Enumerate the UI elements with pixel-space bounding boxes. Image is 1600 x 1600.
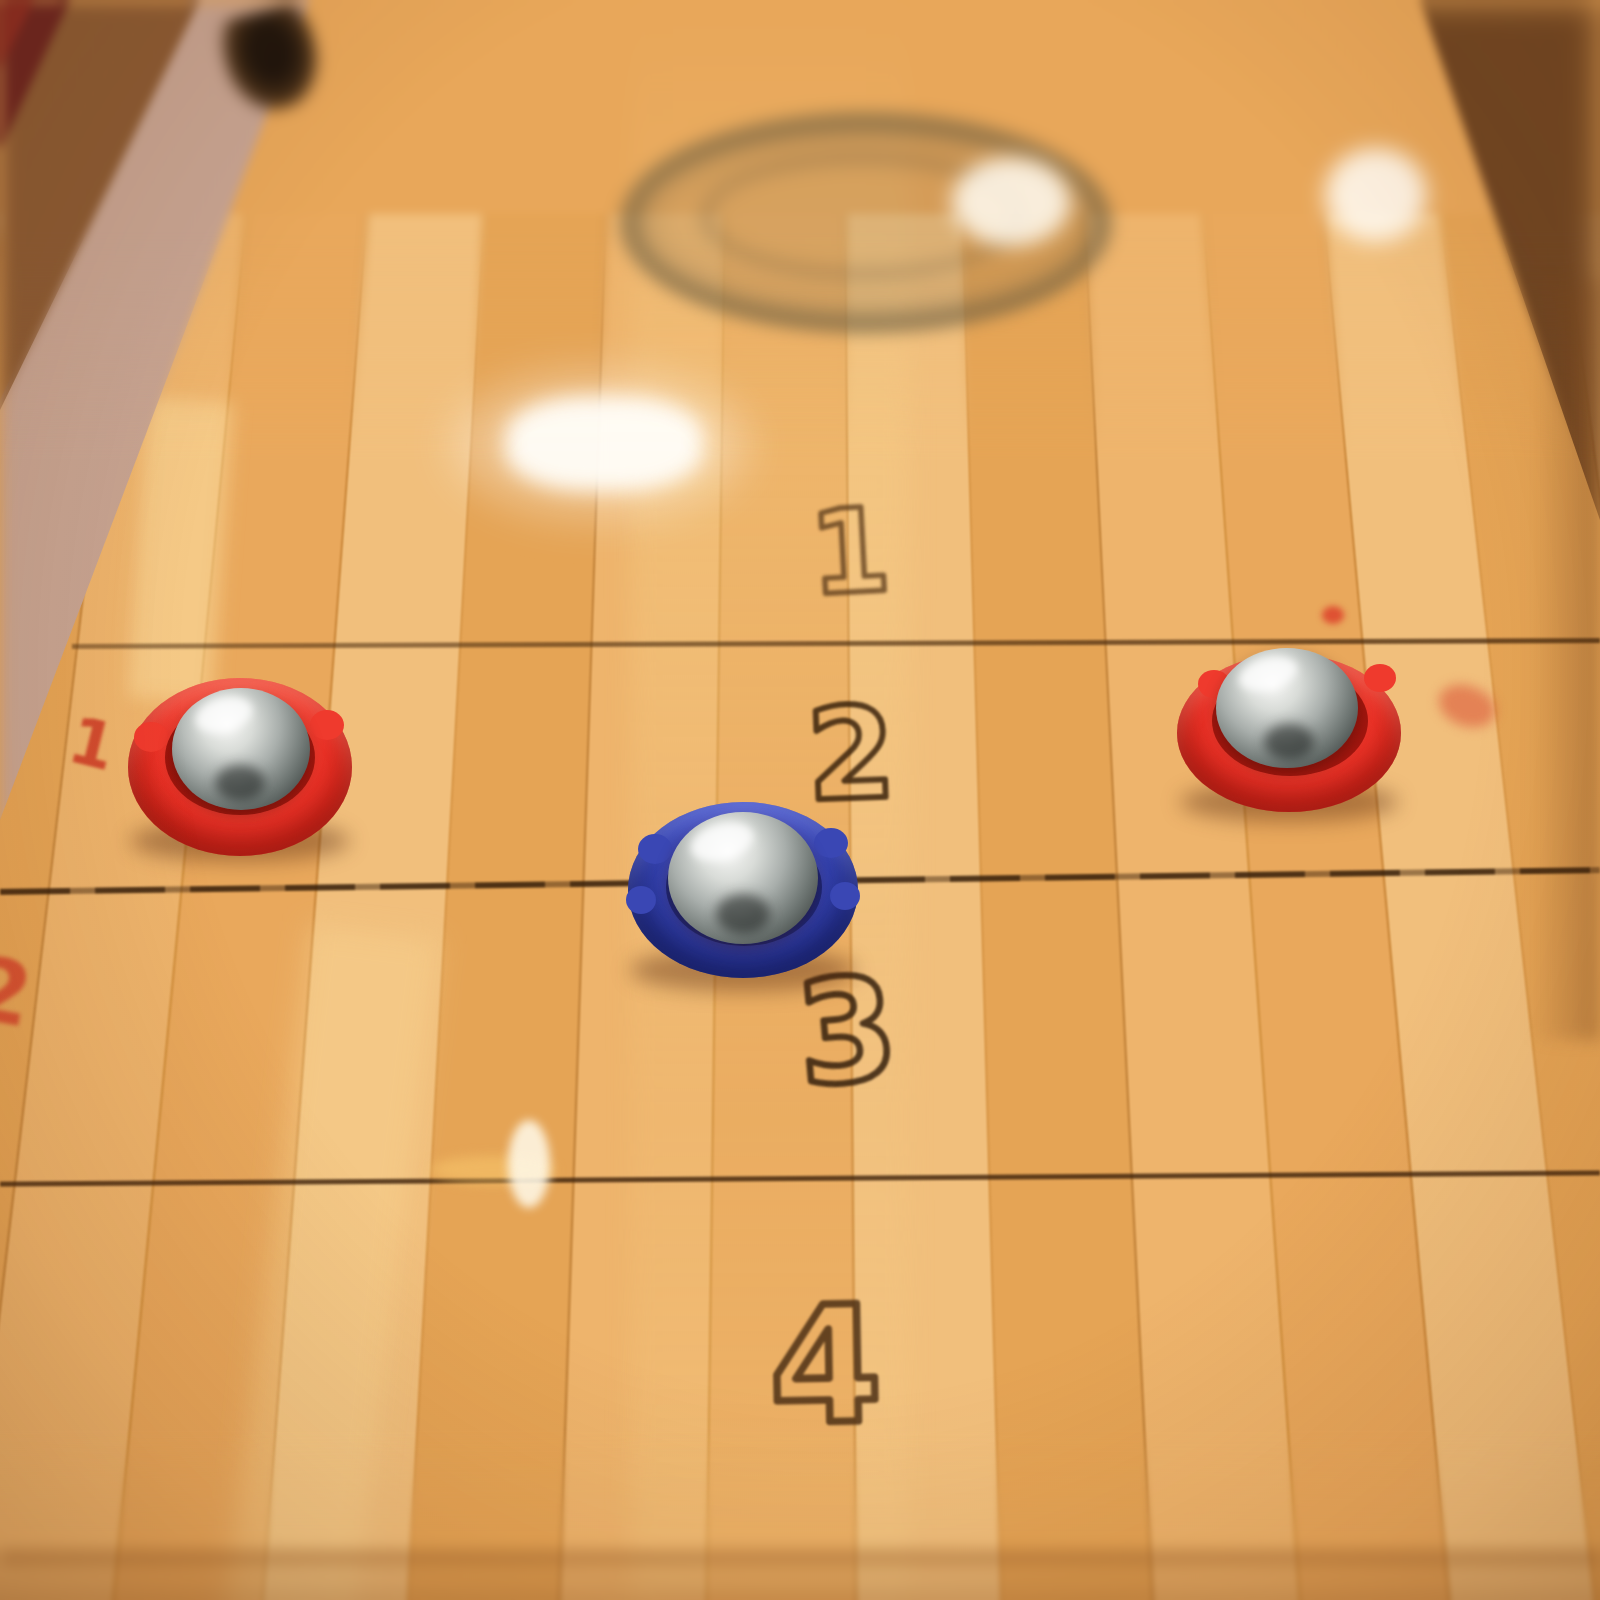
zone-number-4: 4 [737, 1280, 915, 1451]
ball-shadow-spot [1264, 724, 1314, 760]
puck-rim-bump [830, 882, 860, 910]
svg-text:1: 1 [806, 483, 893, 621]
red-puck-right[interactable] [1168, 640, 1410, 830]
puck-rim-bump [310, 710, 344, 740]
blue-puck-center[interactable] [618, 790, 868, 1000]
right-edge-shade [1530, 280, 1600, 1040]
ball-shadow-spot [215, 765, 265, 801]
puck-rim-bump [638, 834, 672, 864]
puck-rim-bump [814, 828, 848, 858]
light-glint [508, 1120, 550, 1208]
ball-shadow-spot [716, 894, 770, 934]
shuffleboard-scene: 1 2 3 4 1 2 [0, 0, 1600, 1600]
puck-rim-bump [134, 722, 168, 752]
zone-number-1: 1 [787, 489, 913, 615]
svg-text:4: 4 [768, 1270, 883, 1460]
light-reflection [505, 396, 703, 491]
plank-seam-band [0, 1550, 1600, 1566]
red-paint-fleck [1322, 606, 1344, 624]
red-puck-left[interactable] [120, 670, 360, 870]
light-reflection [1325, 148, 1427, 242]
puck-rim-bump [626, 886, 656, 914]
puck-rim-bump [1364, 664, 1396, 692]
light-reflection [952, 158, 1070, 246]
